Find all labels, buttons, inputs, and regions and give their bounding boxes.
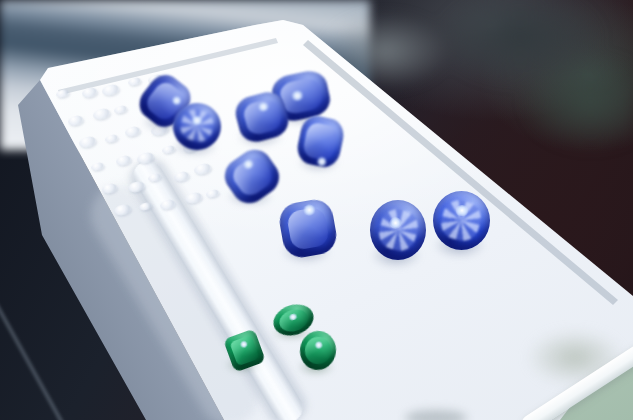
gem-table-facet bbox=[302, 121, 339, 161]
gem-table-facet bbox=[375, 206, 421, 254]
tray-bottom-smudge bbox=[405, 410, 467, 420]
gem-sapphire-2 bbox=[173, 103, 221, 150]
gem-sapphire-8 bbox=[370, 200, 426, 260]
gem-table-facet bbox=[178, 107, 217, 145]
gem-table-facet bbox=[438, 196, 484, 243]
gem-sapphire-9 bbox=[433, 191, 490, 250]
gem-table-facet bbox=[229, 335, 259, 366]
photo-scene bbox=[0, 0, 633, 420]
gem-sparkle-highlight bbox=[191, 116, 203, 125]
gem-table-facet bbox=[304, 335, 333, 366]
